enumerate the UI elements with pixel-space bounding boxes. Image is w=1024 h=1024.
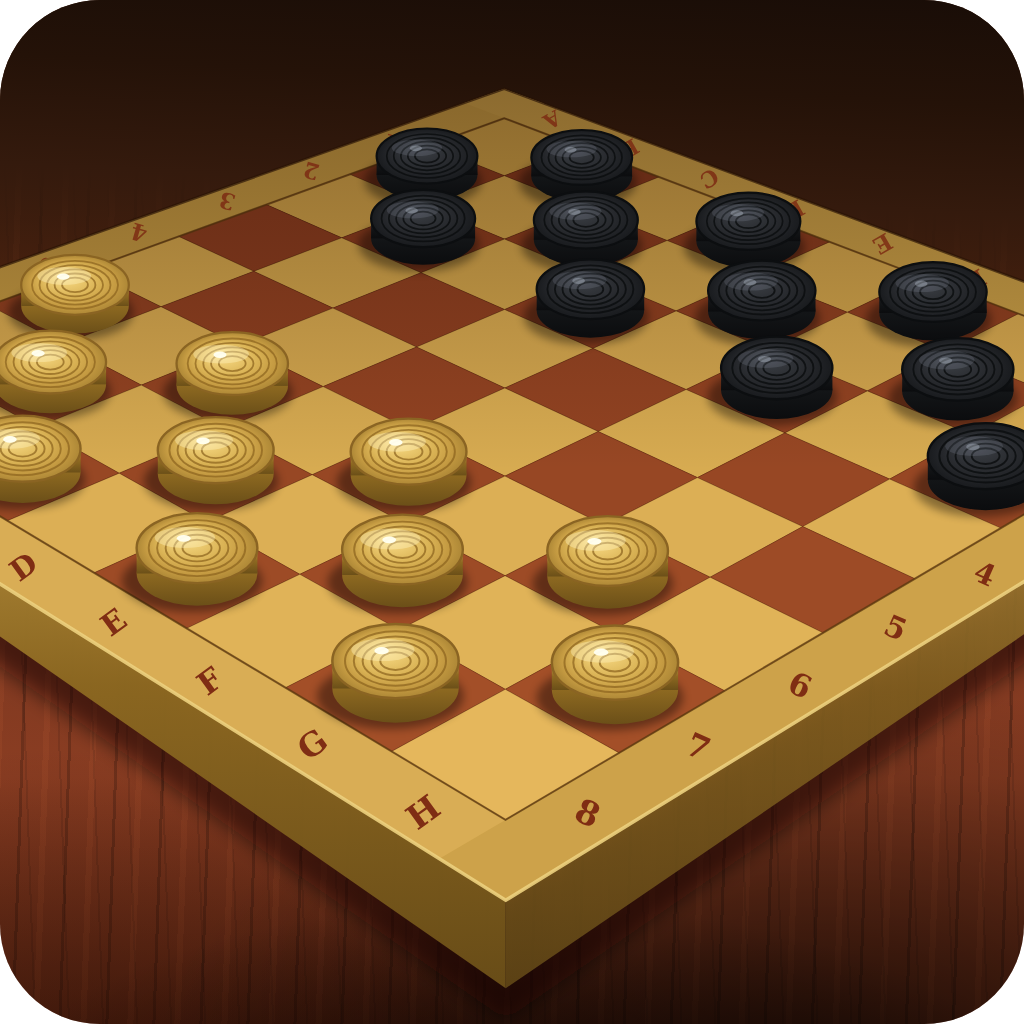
piece-specular-highlight — [32, 350, 45, 356]
piece-specular-highlight — [572, 278, 585, 284]
piece-top — [696, 193, 800, 250]
piece-top — [351, 419, 467, 485]
piece-specular-highlight — [588, 538, 602, 545]
piece-specular-highlight — [731, 210, 743, 216]
piece-specular-highlight — [915, 281, 928, 287]
piece-top — [371, 190, 475, 247]
piece-specular-highlight — [594, 649, 608, 656]
piece-specular-highlight — [565, 147, 577, 153]
piece-specular-highlight — [177, 535, 191, 542]
piece-specular-highlight — [758, 356, 771, 362]
piece-top — [879, 262, 986, 322]
piece-top — [721, 337, 832, 400]
checkers-board-scene: ABCDEFGH1234567812345678ABCDEFGH — [0, 0, 1024, 1024]
piece-specular-highlight — [966, 444, 979, 451]
piece-top — [534, 191, 638, 248]
piece-specular-highlight — [406, 208, 418, 214]
piece-specular-highlight — [57, 274, 70, 280]
piece-top — [547, 516, 668, 586]
piece-gold-B7[interactable] — [0, 331, 111, 420]
piece-top — [377, 129, 478, 184]
piece-specular-highlight — [214, 352, 227, 358]
piece-top — [342, 515, 463, 585]
piece-top — [177, 332, 288, 395]
piece-specular-highlight — [3, 436, 16, 443]
piece-top — [902, 338, 1013, 401]
piece-top — [537, 259, 644, 319]
app-icon[interactable]: ABCDEFGH1234567812345678ABCDEFGH Checker… — [0, 0, 1024, 1024]
piece-specular-highlight — [568, 209, 580, 215]
piece-specular-highlight — [939, 357, 952, 363]
piece-top — [552, 625, 678, 699]
piece-top — [0, 331, 106, 394]
piece-specular-highlight — [410, 145, 422, 151]
piece-top — [158, 417, 274, 483]
piece-top — [531, 130, 632, 185]
piece-top — [708, 261, 815, 321]
piece-specular-highlight — [382, 536, 396, 543]
piece-top — [332, 624, 458, 698]
piece-top — [137, 513, 258, 583]
piece-top — [21, 255, 129, 315]
piece-specular-highlight — [196, 438, 209, 445]
piece-specular-highlight — [744, 279, 757, 285]
piece-specular-highlight — [389, 439, 402, 446]
piece-specular-highlight — [374, 647, 388, 654]
